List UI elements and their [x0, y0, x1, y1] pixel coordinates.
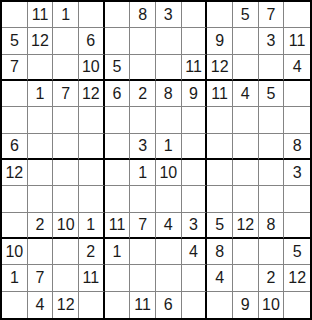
- cell-r3c1[interactable]: 7: [2, 55, 28, 81]
- cell-r2c1[interactable]: 5: [2, 28, 28, 54]
- cell-r3c3[interactable]: [53, 55, 79, 81]
- cell-r9c5[interactable]: 11: [105, 213, 131, 239]
- cell-r8c8[interactable]: [182, 186, 208, 212]
- cell-r8c7[interactable]: [156, 186, 182, 212]
- cell-r4c3[interactable]: 7: [53, 81, 79, 107]
- cell-r1c9[interactable]: [207, 2, 233, 28]
- cell-r1c7[interactable]: 3: [156, 2, 182, 28]
- cell-r3c5[interactable]: 5: [105, 55, 131, 81]
- cell-r8c6[interactable]: [130, 186, 156, 212]
- cell-r1c6[interactable]: 8: [130, 2, 156, 28]
- cell-r8c2[interactable]: [28, 186, 54, 212]
- cell-r11c3[interactable]: [53, 265, 79, 291]
- cell-r5c7[interactable]: [156, 107, 182, 133]
- cell-r4c12[interactable]: [284, 81, 310, 107]
- cell-r10c11[interactable]: [259, 239, 285, 265]
- cell-r6c3[interactable]: [53, 134, 79, 160]
- cell-r6c8[interactable]: [182, 134, 208, 160]
- cell-r3c6[interactable]: [130, 55, 156, 81]
- cell-r10c2[interactable]: [28, 239, 54, 265]
- cell-r5c12[interactable]: [284, 107, 310, 133]
- cell-r8c1[interactable]: [2, 186, 28, 212]
- cell-r7c8[interactable]: [182, 160, 208, 186]
- cell-r1c3[interactable]: 1: [53, 2, 79, 28]
- cell-r6c10[interactable]: [233, 134, 259, 160]
- cell-r3c10[interactable]: [233, 55, 259, 81]
- cell-r2c6[interactable]: [130, 28, 156, 54]
- cell-r7c7[interactable]: 10: [156, 160, 182, 186]
- cell-r5c11[interactable]: [259, 107, 285, 133]
- cell-r5c3[interactable]: [53, 107, 79, 133]
- cell-r6c6[interactable]: 3: [130, 134, 156, 160]
- cell-r2c10[interactable]: [233, 28, 259, 54]
- cell-r10c7[interactable]: [156, 239, 182, 265]
- cell-r7c4[interactable]: [79, 160, 105, 186]
- cell-r3c9[interactable]: 12: [207, 55, 233, 81]
- cell-r2c2[interactable]: 12: [28, 28, 54, 54]
- cell-r2c4[interactable]: 6: [79, 28, 105, 54]
- cell-r4c9[interactable]: 11: [207, 81, 233, 107]
- cell-r12c9[interactable]: [207, 292, 233, 318]
- cell-r6c9[interactable]: [207, 134, 233, 160]
- cell-r4c8[interactable]: 9: [182, 81, 208, 107]
- cell-r3c7[interactable]: [156, 55, 182, 81]
- cell-r3c8[interactable]: 11: [182, 55, 208, 81]
- cell-r4c4[interactable]: 12: [79, 81, 105, 107]
- cell-r5c4[interactable]: [79, 107, 105, 133]
- cell-r4c10[interactable]: 4: [233, 81, 259, 107]
- cell-r9c3[interactable]: 10: [53, 213, 79, 239]
- cell-r12c3[interactable]: 12: [53, 292, 79, 318]
- cell-r1c5[interactable]: [105, 2, 131, 28]
- cell-r10c10[interactable]: [233, 239, 259, 265]
- cell-r7c6[interactable]: 1: [130, 160, 156, 186]
- cell-r9c10[interactable]: 12: [233, 213, 259, 239]
- cell-r5c9[interactable]: [207, 107, 233, 133]
- cell-r7c2[interactable]: [28, 160, 54, 186]
- cell-r9c8[interactable]: 3: [182, 213, 208, 239]
- cell-r3c4[interactable]: 10: [79, 55, 105, 81]
- cell-r6c2[interactable]: [28, 134, 54, 160]
- cell-r11c12[interactable]: 12: [284, 265, 310, 291]
- cell-r10c6[interactable]: [130, 239, 156, 265]
- cell-r2c8[interactable]: [182, 28, 208, 54]
- cell-r12c11[interactable]: 10: [259, 292, 285, 318]
- cell-r2c11[interactable]: 3: [259, 28, 285, 54]
- cell-r4c11[interactable]: 5: [259, 81, 285, 107]
- cell-r9c9[interactable]: 5: [207, 213, 233, 239]
- cell-r8c5[interactable]: [105, 186, 131, 212]
- cell-r8c9[interactable]: [207, 186, 233, 212]
- cell-r7c3[interactable]: [53, 160, 79, 186]
- cell-r8c10[interactable]: [233, 186, 259, 212]
- cell-r3c2[interactable]: [28, 55, 54, 81]
- cell-r4c5[interactable]: 6: [105, 81, 131, 107]
- cell-r11c10[interactable]: [233, 265, 259, 291]
- cell-r10c9[interactable]: 8: [207, 239, 233, 265]
- cell-r1c8[interactable]: [182, 2, 208, 28]
- cell-r5c1[interactable]: [2, 107, 28, 133]
- cell-r7c1[interactable]: 12: [2, 160, 28, 186]
- cell-r1c12[interactable]: [284, 2, 310, 28]
- cell-r8c12[interactable]: [284, 186, 310, 212]
- cell-r10c12[interactable]: 5: [284, 239, 310, 265]
- cell-r11c5[interactable]: [105, 265, 131, 291]
- cell-r7c10[interactable]: [233, 160, 259, 186]
- cell-r9c1[interactable]: [2, 213, 28, 239]
- cell-r8c4[interactable]: [79, 186, 105, 212]
- cell-r10c8[interactable]: 4: [182, 239, 208, 265]
- cell-r4c1[interactable]: [2, 81, 28, 107]
- cell-r6c7[interactable]: 1: [156, 134, 182, 160]
- cell-r5c5[interactable]: [105, 107, 131, 133]
- cell-r9c4[interactable]: 1: [79, 213, 105, 239]
- cell-r6c11[interactable]: [259, 134, 285, 160]
- cell-r8c3[interactable]: [53, 186, 79, 212]
- cell-r11c9[interactable]: 4: [207, 265, 233, 291]
- cell-r9c2[interactable]: 2: [28, 213, 54, 239]
- cell-r5c10[interactable]: [233, 107, 259, 133]
- cell-r5c6[interactable]: [130, 107, 156, 133]
- cell-r12c4[interactable]: [79, 292, 105, 318]
- cell-r7c9[interactable]: [207, 160, 233, 186]
- cell-r12c8[interactable]: [182, 292, 208, 318]
- cell-r2c5[interactable]: [105, 28, 131, 54]
- cell-r2c12[interactable]: 11: [284, 28, 310, 54]
- cell-r4c2[interactable]: 1: [28, 81, 54, 107]
- cell-r2c3[interactable]: [53, 28, 79, 54]
- cell-r11c7[interactable]: [156, 265, 182, 291]
- cell-r6c1[interactable]: 6: [2, 134, 28, 160]
- cell-r12c6[interactable]: 11: [130, 292, 156, 318]
- cell-r1c11[interactable]: 7: [259, 2, 285, 28]
- cell-r11c2[interactable]: 7: [28, 265, 54, 291]
- cell-r5c8[interactable]: [182, 107, 208, 133]
- cell-r1c10[interactable]: 5: [233, 2, 259, 28]
- cell-r11c1[interactable]: 1: [2, 265, 28, 291]
- cell-r11c8[interactable]: [182, 265, 208, 291]
- cell-r11c6[interactable]: [130, 265, 156, 291]
- cell-r11c4[interactable]: 11: [79, 265, 105, 291]
- cell-r3c11[interactable]: [259, 55, 285, 81]
- cell-r2c7[interactable]: [156, 28, 182, 54]
- cell-r1c4[interactable]: [79, 2, 105, 28]
- cell-r1c2[interactable]: 11: [28, 2, 54, 28]
- sudoku-board: 1118357512693117105111241712628911456318…: [0, 0, 312, 320]
- cell-r12c10[interactable]: 9: [233, 292, 259, 318]
- cell-r6c12[interactable]: 8: [284, 134, 310, 160]
- cell-r8c11[interactable]: [259, 186, 285, 212]
- cell-r4c6[interactable]: 2: [130, 81, 156, 107]
- cell-r10c5[interactable]: 1: [105, 239, 131, 265]
- cell-r2c9[interactable]: 9: [207, 28, 233, 54]
- cell-r7c12[interactable]: 3: [284, 160, 310, 186]
- cell-r3c12[interactable]: 4: [284, 55, 310, 81]
- cell-r6c5[interactable]: [105, 134, 131, 160]
- cell-r10c3[interactable]: [53, 239, 79, 265]
- cell-r10c4[interactable]: 2: [79, 239, 105, 265]
- cell-r9c11[interactable]: 8: [259, 213, 285, 239]
- cell-r4c7[interactable]: 8: [156, 81, 182, 107]
- cell-r11c11[interactable]: 2: [259, 265, 285, 291]
- cell-r7c11[interactable]: [259, 160, 285, 186]
- cell-r12c1[interactable]: [2, 292, 28, 318]
- cell-r9c12[interactable]: [284, 213, 310, 239]
- cell-r12c7[interactable]: 6: [156, 292, 182, 318]
- cell-r6c4[interactable]: [79, 134, 105, 160]
- cell-r12c12[interactable]: [284, 292, 310, 318]
- cell-r1c1[interactable]: [2, 2, 28, 28]
- cell-r7c5[interactable]: [105, 160, 131, 186]
- cell-r9c7[interactable]: 4: [156, 213, 182, 239]
- cell-r12c2[interactable]: 4: [28, 292, 54, 318]
- cell-r9c6[interactable]: 7: [130, 213, 156, 239]
- cell-r12c5[interactable]: [105, 292, 131, 318]
- cell-r10c1[interactable]: 10: [2, 239, 28, 265]
- cell-r5c2[interactable]: [28, 107, 54, 133]
